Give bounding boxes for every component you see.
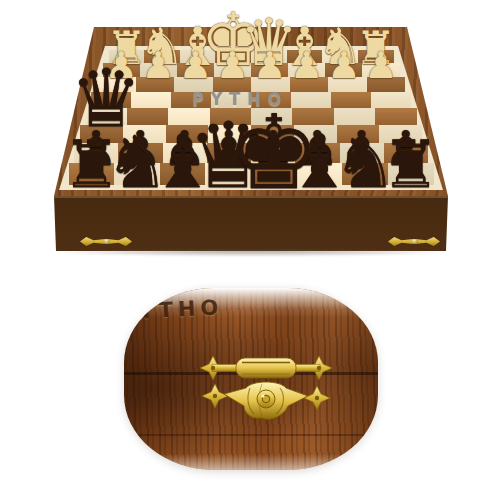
board-square	[337, 125, 380, 143]
board-square	[160, 163, 206, 185]
board-square	[131, 92, 171, 108]
board-square	[91, 92, 131, 108]
board-square	[292, 108, 333, 125]
board-square	[251, 125, 294, 143]
board-square	[97, 77, 136, 92]
board-square	[69, 163, 115, 185]
board-square	[144, 50, 180, 63]
board-row	[103, 63, 400, 77]
board-square	[334, 108, 375, 125]
brass-latch-icon	[200, 350, 332, 422]
board-square	[109, 50, 145, 63]
brand-text-board: PYTHO	[192, 89, 322, 110]
board-square	[136, 77, 175, 92]
board-square	[86, 108, 127, 125]
board-square	[367, 77, 406, 92]
board-square	[214, 63, 251, 77]
board-square	[208, 125, 251, 143]
board-square	[207, 143, 251, 163]
product-screenshot: PYTHO ♜♞♝♚♛♝♞♜♟♟♟♟♟♟♟♟♛♟♟♟♟♟♟♟♟♜♞♝♛♚♝♞♜ …	[0, 0, 500, 500]
board-square	[331, 92, 371, 108]
board-square	[342, 163, 388, 185]
board-square	[358, 50, 394, 63]
board-square	[177, 63, 214, 77]
board-square	[180, 50, 216, 63]
detail-crop-latch: PYTHO	[124, 288, 378, 470]
board-square	[251, 163, 297, 185]
board-square	[114, 163, 160, 185]
board-square	[371, 92, 411, 108]
board-square	[127, 108, 168, 125]
board-row	[109, 50, 394, 63]
board-square	[295, 143, 339, 163]
board-square	[325, 63, 362, 77]
board-square	[251, 108, 292, 125]
wood-joint-seam	[124, 434, 378, 436]
board-square	[163, 143, 207, 163]
board-square	[210, 108, 251, 125]
board-square	[118, 143, 162, 163]
board-row	[69, 163, 434, 185]
board-square	[375, 108, 416, 125]
box-shadow	[56, 250, 446, 256]
board-square	[251, 143, 295, 163]
board-square	[379, 125, 422, 143]
board-square	[288, 63, 325, 77]
board-square	[340, 143, 384, 163]
board-square	[251, 50, 287, 63]
board-square	[294, 125, 337, 143]
board-square	[384, 143, 428, 163]
board-square	[74, 143, 118, 163]
board-square	[80, 125, 123, 143]
board-square	[287, 50, 323, 63]
board-square	[322, 50, 358, 63]
board-square	[362, 63, 399, 77]
board-square	[215, 50, 251, 63]
board-square	[328, 77, 367, 92]
board-square	[388, 163, 434, 185]
board-square	[168, 108, 209, 125]
board-row	[74, 143, 428, 163]
board-square	[123, 125, 166, 143]
board-square	[297, 163, 343, 185]
board-row	[80, 125, 422, 143]
board-square	[103, 63, 140, 77]
board-square	[140, 63, 177, 77]
board-square	[251, 63, 288, 77]
board-square	[166, 125, 209, 143]
board-row	[86, 108, 417, 125]
board-square	[205, 163, 251, 185]
